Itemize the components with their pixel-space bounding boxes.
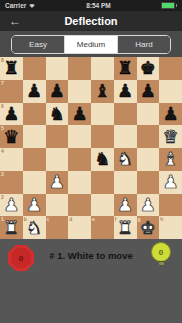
rank-coordinate: 2 — [1, 194, 4, 200]
square-g4[interactable] — [137, 148, 160, 171]
rank-coordinate: 8 — [1, 57, 4, 63]
status-bar: Carrier 8:54 PM — [0, 0, 182, 11]
square-f3[interactable] — [114, 171, 137, 194]
black-king: ♚ — [140, 57, 156, 79]
nav-bar: ← Deflection — [0, 11, 182, 31]
white-pawn: ♟ — [26, 194, 42, 216]
black-pawn: ♟ — [72, 103, 88, 125]
tab-hard[interactable]: Hard — [118, 36, 170, 53]
square-g8[interactable]: ♚ — [137, 57, 160, 80]
black-pawn: ♟ — [163, 103, 179, 125]
file-coordinate: f — [115, 216, 117, 222]
black-pawn: ♟ — [140, 80, 156, 102]
white-pawn: ♟ — [140, 194, 156, 216]
square-b3[interactable] — [23, 171, 46, 194]
square-b7[interactable]: ♟ — [23, 80, 46, 103]
square-g2[interactable]: ♟ — [137, 194, 160, 217]
black-rook: ♜ — [3, 57, 19, 79]
square-d1[interactable]: d — [68, 216, 91, 239]
file-coordinate: c — [47, 216, 50, 222]
square-d3[interactable] — [68, 171, 91, 194]
difficulty-segmented-control: Easy Medium Hard — [11, 35, 171, 54]
square-a6[interactable]: 6♟ — [0, 103, 23, 126]
square-a5[interactable]: 5♛ — [0, 125, 23, 148]
white-bishop: ♝ — [163, 148, 179, 170]
square-a3[interactable]: 3 — [0, 171, 23, 194]
white-pawn: ♟ — [49, 171, 65, 193]
square-b5[interactable] — [23, 125, 46, 148]
square-b4[interactable] — [23, 148, 46, 171]
tab-easy[interactable]: Easy — [12, 36, 65, 53]
square-d5[interactable] — [68, 125, 91, 148]
square-c4[interactable] — [46, 148, 69, 171]
rank-coordinate: 7 — [1, 80, 4, 86]
square-f7[interactable]: ♟ — [114, 80, 137, 103]
square-h1[interactable]: h — [159, 216, 182, 239]
black-knight: ♞ — [49, 103, 65, 125]
wifi-icon — [28, 2, 36, 9]
file-coordinate: h — [160, 216, 163, 222]
square-a1[interactable]: 1♜ — [0, 216, 23, 239]
file-coordinate: e — [92, 216, 95, 222]
battery-icon — [161, 2, 178, 9]
square-a8[interactable]: 8♜ — [0, 57, 23, 80]
square-h7[interactable] — [159, 80, 182, 103]
chess-board: 8♜♜♚7♟♟♝♟♟6♟♞♟♟5♛♛4♞♞♝3♟♟2♟♟♟♟1♜b♞cdef♜g… — [0, 57, 182, 239]
square-e3[interactable] — [91, 171, 114, 194]
square-e8[interactable] — [91, 57, 114, 80]
lightbulb-base — [158, 261, 165, 266]
black-pawn: ♟ — [117, 80, 133, 102]
square-h6[interactable]: ♟ — [159, 103, 182, 126]
square-f2[interactable]: ♟ — [114, 194, 137, 217]
square-c8[interactable] — [46, 57, 69, 80]
tab-medium[interactable]: Medium — [65, 36, 118, 53]
square-c1[interactable]: c — [46, 216, 69, 239]
rank-coordinate: 3 — [1, 171, 4, 177]
file-coordinate: d — [69, 216, 72, 222]
black-pawn: ♟ — [49, 80, 65, 102]
white-queen: ♛ — [163, 126, 179, 148]
black-rook: ♜ — [117, 57, 133, 79]
white-rook: ♜ — [117, 217, 133, 239]
square-d8[interactable] — [68, 57, 91, 80]
black-pawn: ♟ — [26, 80, 42, 102]
square-e5[interactable] — [91, 125, 114, 148]
black-queen: ♛ — [3, 126, 19, 148]
white-knight: ♞ — [26, 217, 42, 239]
rank-coordinate: 5 — [1, 125, 4, 131]
white-pawn: ♟ — [3, 194, 19, 216]
square-e6[interactable] — [91, 103, 114, 126]
square-b8[interactable] — [23, 57, 46, 80]
square-h2[interactable] — [159, 194, 182, 217]
rank-coordinate: 1 — [1, 216, 4, 222]
square-c2[interactable] — [46, 194, 69, 217]
square-a4[interactable]: 4 — [0, 148, 23, 171]
square-h4[interactable]: ♝ — [159, 148, 182, 171]
square-c3[interactable]: ♟ — [46, 171, 69, 194]
square-d7[interactable] — [68, 80, 91, 103]
square-h8[interactable] — [159, 57, 182, 80]
square-d4[interactable] — [68, 148, 91, 171]
square-f5[interactable] — [114, 125, 137, 148]
square-f8[interactable]: ♜ — [114, 57, 137, 80]
square-e2[interactable] — [91, 194, 114, 217]
square-h5[interactable]: ♛ — [159, 125, 182, 148]
square-c6[interactable]: ♞ — [46, 103, 69, 126]
square-g7[interactable]: ♟ — [137, 80, 160, 103]
square-e4[interactable]: ♞ — [91, 148, 114, 171]
lightbulb-icon[interactable]: 0 — [151, 242, 171, 262]
square-b2[interactable]: ♟ — [23, 194, 46, 217]
black-knight: ♞ — [94, 148, 110, 170]
square-d2[interactable] — [68, 194, 91, 217]
square-g3[interactable] — [137, 171, 160, 194]
puzzle-footer: 0 # 1. White to move 0 — [0, 239, 182, 323]
file-coordinate: g — [138, 216, 141, 222]
square-f1[interactable]: f♜ — [114, 216, 137, 239]
square-c7[interactable]: ♟ — [46, 80, 69, 103]
square-g5[interactable] — [137, 125, 160, 148]
square-b1[interactable]: b♞ — [23, 216, 46, 239]
white-king: ♚ — [140, 217, 156, 239]
white-pawn: ♟ — [117, 194, 133, 216]
difficulty-tab-bar: Easy Medium Hard — [0, 31, 182, 57]
square-f4[interactable]: ♞ — [114, 148, 137, 171]
square-d6[interactable]: ♟ — [68, 103, 91, 126]
white-pawn: ♟ — [163, 171, 179, 193]
square-a7[interactable]: 7 — [0, 80, 23, 103]
back-button[interactable]: ← — [9, 12, 21, 30]
carrier-label: Carrier — [5, 2, 26, 9]
square-c5[interactable] — [46, 125, 69, 148]
square-g1[interactable]: g♚ — [137, 216, 160, 239]
square-a2[interactable]: 2♟ — [0, 194, 23, 217]
rank-coordinate: 6 — [1, 103, 4, 109]
clock-label: 8:54 PM — [86, 2, 111, 9]
page-title: Deflection — [64, 15, 117, 27]
square-g6[interactable] — [137, 103, 160, 126]
square-e1[interactable]: e — [91, 216, 114, 239]
black-pawn: ♟ — [3, 103, 19, 125]
square-b6[interactable] — [23, 103, 46, 126]
black-bishop: ♝ — [94, 80, 110, 102]
hint-button[interactable]: 0 — [150, 242, 172, 266]
rank-coordinate: 4 — [1, 148, 4, 154]
file-coordinate: b — [24, 216, 27, 222]
square-h3[interactable]: ♟ — [159, 171, 182, 194]
white-rook: ♜ — [3, 217, 19, 239]
square-f6[interactable] — [114, 103, 137, 126]
white-knight: ♞ — [117, 148, 133, 170]
square-e7[interactable]: ♝ — [91, 80, 114, 103]
